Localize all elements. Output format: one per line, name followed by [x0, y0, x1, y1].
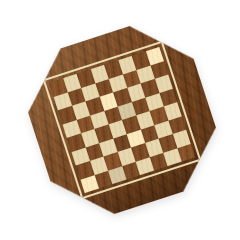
inlay-border-line: [43, 41, 202, 200]
board-square: [177, 143, 195, 161]
wood-frame: [12, 10, 231, 229]
octagonal-wood-board: [12, 10, 231, 229]
chessboard-grid: [49, 47, 195, 193]
photo-background: [0, 0, 240, 240]
